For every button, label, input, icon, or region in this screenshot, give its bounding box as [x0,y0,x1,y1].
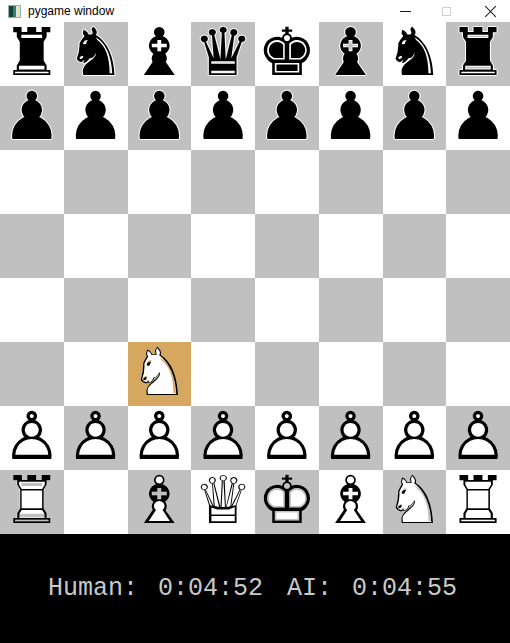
square-f6[interactable] [319,150,383,214]
white-pawn-outline-glyph: ♙ [128,406,192,470]
black-pawn[interactable]: ♟ [64,86,128,150]
black-bishop-glyph: ♝ [319,22,383,86]
white-rook-outline-glyph: ♖ [0,470,64,534]
minimize-icon [400,11,411,12]
black-pawn-glyph: ♟ [255,86,319,150]
square-e2[interactable]: ♟♙ [255,406,319,470]
square-d7[interactable]: ♟ [191,86,255,150]
square-e6[interactable] [255,150,319,214]
square-e8[interactable]: ♚ [255,22,319,86]
black-rook-glyph: ♜ [446,22,510,86]
white-pawn-outline-glyph: ♙ [0,406,64,470]
square-b7[interactable]: ♟ [64,86,128,150]
square-g5[interactable] [383,214,447,278]
white-knight-outline-glyph: ♘ [383,470,447,534]
square-h2[interactable]: ♟♙ [446,406,510,470]
square-a1[interactable]: ♜♖ [0,470,64,534]
black-pawn[interactable]: ♟ [191,86,255,150]
black-pawn-glyph: ♟ [128,86,192,150]
black-pawn[interactable]: ♟ [128,86,192,150]
black-bishop[interactable]: ♝ [128,22,192,86]
white-king[interactable]: ♚♔ [255,470,319,534]
white-bishop[interactable]: ♝♗ [128,470,192,534]
black-pawn-glyph: ♟ [383,86,447,150]
black-rook[interactable]: ♜ [0,22,64,86]
square-d8[interactable]: ♛ [191,22,255,86]
square-b3[interactable] [64,342,128,406]
square-e4[interactable] [255,278,319,342]
square-f2[interactable]: ♟♙ [319,406,383,470]
white-pawn[interactable]: ♟♙ [383,406,447,470]
chess-board: ♜♞♝♛♚♝♞♜♟♟♟♟♟♟♟♟♞♘♟♙♟♙♟♙♟♙♟♙♟♙♟♙♟♙♜♖♝♗♛♕… [0,22,510,534]
black-pawn[interactable]: ♟ [383,86,447,150]
white-pawn[interactable]: ♟♙ [0,406,64,470]
black-knight[interactable]: ♞ [383,22,447,86]
black-knight[interactable]: ♞ [64,22,128,86]
square-a2[interactable]: ♟♙ [0,406,64,470]
black-pawn[interactable]: ♟ [0,86,64,150]
square-e7[interactable]: ♟ [255,86,319,150]
square-g4[interactable] [383,278,447,342]
black-knight-glyph: ♞ [383,22,447,86]
square-b5[interactable] [64,214,128,278]
white-pawn-outline-glyph: ♙ [255,406,319,470]
ai-clock-label: AI: [287,574,332,603]
white-rook[interactable]: ♜♖ [0,470,64,534]
human-clock-label: Human: [48,574,138,603]
white-pawn[interactable]: ♟♙ [319,406,383,470]
square-a4[interactable] [0,278,64,342]
black-pawn-glyph: ♟ [191,86,255,150]
square-g6[interactable] [383,150,447,214]
square-a3[interactable] [0,342,64,406]
square-f4[interactable] [319,278,383,342]
square-f5[interactable] [319,214,383,278]
square-b4[interactable] [64,278,128,342]
white-rook[interactable]: ♜♖ [446,470,510,534]
square-c2[interactable]: ♟♙ [128,406,192,470]
square-h3[interactable] [446,342,510,406]
square-b6[interactable] [64,150,128,214]
square-e5[interactable] [255,214,319,278]
square-d2[interactable]: ♟♙ [191,406,255,470]
white-pawn-outline-glyph: ♙ [64,406,128,470]
status-bar: Human: 0:04:52 AI: 0:04:55 [0,534,510,643]
white-bishop[interactable]: ♝♗ [319,470,383,534]
white-bishop-outline-glyph: ♗ [319,470,383,534]
square-h4[interactable] [446,278,510,342]
square-h8[interactable]: ♜ [446,22,510,86]
black-queen-glyph: ♛ [191,22,255,86]
white-knight[interactable]: ♞♘ [128,342,192,406]
square-f1[interactable]: ♝♗ [319,470,383,534]
black-king-glyph: ♚ [255,22,319,86]
black-pawn-glyph: ♟ [64,86,128,150]
square-f8[interactable]: ♝ [319,22,383,86]
black-pawn[interactable]: ♟ [446,86,510,150]
square-d3[interactable] [191,342,255,406]
white-pawn[interactable]: ♟♙ [255,406,319,470]
square-h1[interactable]: ♜♖ [446,470,510,534]
square-b8[interactable]: ♞ [64,22,128,86]
black-knight-glyph: ♞ [64,22,128,86]
black-bishop[interactable]: ♝ [319,22,383,86]
human-clock-time: 0:04:52 [158,574,263,603]
black-pawn[interactable]: ♟ [255,86,319,150]
white-queen-outline-glyph: ♕ [191,470,255,534]
white-knight-outline-glyph: ♘ [128,342,192,406]
pygame-window: pygame window ♜♞♝♛♚♝♞♜♟♟♟♟♟♟♟♟♞♘♟♙♟♙♟♙♟♙… [0,0,510,643]
white-pawn-outline-glyph: ♙ [446,406,510,470]
square-g1[interactable]: ♞♘ [383,470,447,534]
square-h7[interactable]: ♟ [446,86,510,150]
square-e3[interactable] [255,342,319,406]
square-d4[interactable] [191,278,255,342]
white-pawn[interactable]: ♟♙ [128,406,192,470]
white-pawn[interactable]: ♟♙ [446,406,510,470]
square-c7[interactable]: ♟ [128,86,192,150]
black-bishop-glyph: ♝ [128,22,192,86]
square-c3[interactable]: ♞♘ [128,342,192,406]
white-pawn-outline-glyph: ♙ [383,406,447,470]
black-pawn[interactable]: ♟ [319,86,383,150]
square-g8[interactable]: ♞ [383,22,447,86]
square-f3[interactable] [319,342,383,406]
black-king[interactable]: ♚ [255,22,319,86]
square-g7[interactable]: ♟ [383,86,447,150]
square-f7[interactable]: ♟ [319,86,383,150]
black-pawn-glyph: ♟ [319,86,383,150]
black-rook-glyph: ♜ [0,22,64,86]
square-c8[interactable]: ♝ [128,22,192,86]
black-pawn-glyph: ♟ [446,86,510,150]
white-pawn-outline-glyph: ♙ [319,406,383,470]
square-h5[interactable] [446,214,510,278]
square-e1[interactable]: ♚♔ [255,470,319,534]
white-bishop-outline-glyph: ♗ [128,470,192,534]
square-c6[interactable] [128,150,192,214]
square-b2[interactable]: ♟♙ [64,406,128,470]
black-rook[interactable]: ♜ [446,22,510,86]
square-d6[interactable] [191,150,255,214]
white-pawn[interactable]: ♟♙ [64,406,128,470]
square-g2[interactable]: ♟♙ [383,406,447,470]
black-pawn-glyph: ♟ [0,86,64,150]
white-pawn[interactable]: ♟♙ [191,406,255,470]
square-h6[interactable] [446,150,510,214]
ai-clock-time: 0:04:55 [352,574,457,603]
square-c4[interactable] [128,278,192,342]
white-king-outline-glyph: ♔ [255,470,319,534]
square-d5[interactable] [191,214,255,278]
white-pawn-outline-glyph: ♙ [191,406,255,470]
square-a5[interactable] [0,214,64,278]
black-queen[interactable]: ♛ [191,22,255,86]
white-knight[interactable]: ♞♘ [383,470,447,534]
square-a7[interactable]: ♟ [0,86,64,150]
square-a8[interactable]: ♜ [0,22,64,86]
white-rook-outline-glyph: ♖ [446,470,510,534]
square-d1[interactable]: ♛♕ [191,470,255,534]
square-a6[interactable] [0,150,64,214]
square-g3[interactable] [383,342,447,406]
square-c1[interactable]: ♝♗ [128,470,192,534]
square-b1[interactable] [64,470,128,534]
square-c5[interactable] [128,214,192,278]
white-queen[interactable]: ♛♕ [191,470,255,534]
